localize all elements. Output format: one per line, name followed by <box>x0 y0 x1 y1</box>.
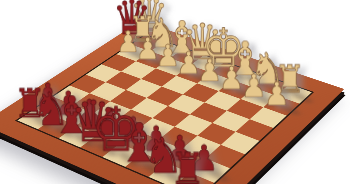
red-rook-h8: ♜ <box>173 173 214 184</box>
boxwood-pawn-h2: ♟ <box>263 96 299 116</box>
red-rook-glyph: ♜ <box>142 147 232 184</box>
boxwood-pawn-glyph: ♟ <box>237 78 317 110</box>
chess-board: ♜♞♝♛♚♝♞♜♟♟♟♟♟♟♟♟♟♟♟♟♟♟♟♟♜♞♝♛♚♝♞♜♛♛ <box>0 21 344 184</box>
photo-backdrop: ♜♞♝♛♚♝♞♜♟♟♟♟♟♟♟♟♟♟♟♟♟♟♟♟♜♞♝♛♚♝♞♜♛♛ <box>0 0 350 184</box>
